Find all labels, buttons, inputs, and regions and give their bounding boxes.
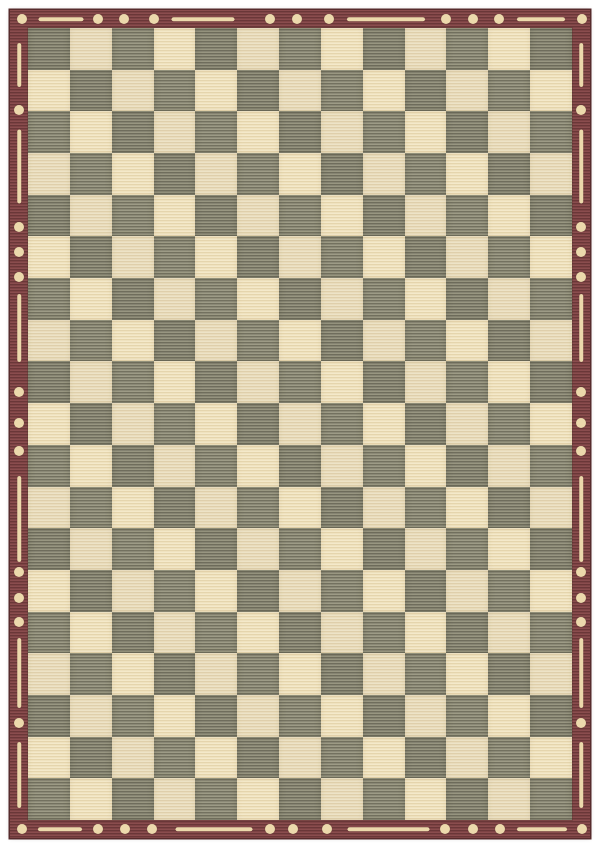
square-dark [530, 778, 572, 820]
square-light [237, 278, 279, 320]
square-light [488, 445, 530, 487]
square-dark [279, 111, 321, 153]
square-light [321, 111, 363, 153]
border-dot [265, 14, 275, 24]
square-dark [363, 278, 405, 320]
square-dark [530, 528, 572, 570]
square-light [154, 195, 196, 237]
square-light [363, 320, 405, 362]
square-dark [237, 236, 279, 278]
square-dark [488, 403, 530, 445]
square-dark [363, 195, 405, 237]
square-dark [154, 653, 196, 695]
border-dot [14, 387, 24, 397]
square-light [195, 153, 237, 195]
square-light [237, 361, 279, 403]
square-light [446, 570, 488, 612]
square-dark [28, 445, 70, 487]
square-dark [446, 361, 488, 403]
square-light [154, 612, 196, 654]
square-light [154, 778, 196, 820]
square-light [321, 528, 363, 570]
square-light [363, 236, 405, 278]
square-light [154, 111, 196, 153]
square-light [70, 278, 112, 320]
square-dark [237, 153, 279, 195]
square-light [321, 28, 363, 70]
square-dark [28, 528, 70, 570]
square-dark [195, 778, 237, 820]
square-dark [195, 445, 237, 487]
border-dash [347, 827, 430, 831]
checkerboard [28, 28, 572, 820]
border-dot [93, 14, 103, 24]
square-dark [530, 695, 572, 737]
square-light [28, 153, 70, 195]
square-light [363, 737, 405, 779]
square-light [405, 278, 447, 320]
square-dark [488, 653, 530, 695]
square-light [321, 445, 363, 487]
square-light [488, 361, 530, 403]
square-dark [321, 403, 363, 445]
border-dot [576, 617, 586, 627]
square-light [195, 320, 237, 362]
border-bottom [10, 820, 590, 838]
square-light [70, 695, 112, 737]
square-light [154, 28, 196, 70]
square-light [237, 695, 279, 737]
square-dark [154, 320, 196, 362]
square-dark [321, 153, 363, 195]
square-light [530, 403, 572, 445]
square-dark [154, 236, 196, 278]
square-light [112, 487, 154, 529]
square-dark [405, 570, 447, 612]
square-light [28, 320, 70, 362]
square-light [321, 695, 363, 737]
border-dash [17, 476, 21, 562]
square-dark [321, 487, 363, 529]
border-dot [441, 14, 451, 24]
square-dark [28, 195, 70, 237]
square-light [405, 528, 447, 570]
square-dark [446, 195, 488, 237]
square-light [70, 195, 112, 237]
border-dot [576, 247, 586, 257]
border-dot [322, 824, 332, 834]
square-light [28, 487, 70, 529]
square-light [405, 361, 447, 403]
square-light [530, 320, 572, 362]
border-dash [17, 130, 21, 203]
border-dot [576, 222, 586, 232]
square-dark [530, 111, 572, 153]
square-light [154, 445, 196, 487]
border-dash [517, 827, 567, 831]
border-dash [17, 43, 21, 87]
square-light [363, 487, 405, 529]
border-dot [14, 567, 24, 577]
square-dark [70, 737, 112, 779]
square-dark [363, 612, 405, 654]
border-dot [576, 446, 586, 456]
square-dark [279, 612, 321, 654]
square-light [446, 653, 488, 695]
square-dark [530, 195, 572, 237]
square-light [321, 278, 363, 320]
square-light [363, 70, 405, 112]
square-dark [70, 70, 112, 112]
square-light [530, 487, 572, 529]
square-dark [279, 778, 321, 820]
square-dark [405, 487, 447, 529]
square-dark [70, 403, 112, 445]
square-light [237, 195, 279, 237]
square-dark [279, 278, 321, 320]
square-light [446, 236, 488, 278]
square-dark [405, 70, 447, 112]
square-dark [70, 236, 112, 278]
square-dark [112, 778, 154, 820]
square-light [279, 653, 321, 695]
border-dash [579, 638, 583, 708]
square-light [405, 445, 447, 487]
square-light [28, 653, 70, 695]
square-dark [488, 737, 530, 779]
square-dark [237, 320, 279, 362]
square-dark [530, 278, 572, 320]
square-light [154, 528, 196, 570]
square-dark [195, 695, 237, 737]
square-light [237, 28, 279, 70]
square-dark [446, 695, 488, 737]
square-dark [446, 612, 488, 654]
square-dark [363, 361, 405, 403]
border-dot [14, 418, 24, 428]
square-light [279, 236, 321, 278]
square-light [112, 570, 154, 612]
border-dash [172, 17, 235, 21]
square-light [321, 612, 363, 654]
border-left [10, 10, 28, 838]
square-dark [279, 28, 321, 70]
square-light [70, 111, 112, 153]
square-dark [154, 487, 196, 529]
square-light [112, 653, 154, 695]
square-dark [279, 195, 321, 237]
square-dark [321, 320, 363, 362]
square-dark [195, 111, 237, 153]
square-dark [112, 695, 154, 737]
square-dark [321, 737, 363, 779]
square-light [70, 778, 112, 820]
square-light [195, 487, 237, 529]
square-dark [70, 320, 112, 362]
square-dark [488, 153, 530, 195]
square-light [446, 403, 488, 445]
square-light [279, 153, 321, 195]
square-dark [195, 28, 237, 70]
square-light [405, 695, 447, 737]
square-dark [488, 570, 530, 612]
square-light [237, 778, 279, 820]
border-dot [265, 824, 275, 834]
square-light [195, 236, 237, 278]
square-dark [530, 612, 572, 654]
square-dark [237, 487, 279, 529]
square-light [488, 528, 530, 570]
square-dark [112, 111, 154, 153]
square-dark [28, 28, 70, 70]
square-light [112, 737, 154, 779]
square-light [28, 70, 70, 112]
square-light [488, 278, 530, 320]
square-light [112, 403, 154, 445]
square-light [70, 28, 112, 70]
square-dark [405, 403, 447, 445]
square-dark [530, 28, 572, 70]
square-light [154, 278, 196, 320]
square-dark [363, 445, 405, 487]
square-light [279, 487, 321, 529]
square-dark [70, 487, 112, 529]
square-light [195, 653, 237, 695]
square-light [488, 28, 530, 70]
border-right [572, 10, 590, 838]
square-dark [488, 70, 530, 112]
square-light [321, 195, 363, 237]
border-dot [93, 824, 103, 834]
border-dash [579, 742, 583, 808]
square-light [279, 737, 321, 779]
square-dark [154, 737, 196, 779]
border-dash [17, 294, 21, 362]
square-dark [488, 320, 530, 362]
square-light [363, 653, 405, 695]
square-dark [237, 653, 279, 695]
square-dark [112, 612, 154, 654]
border-dash [579, 43, 583, 87]
square-light [70, 445, 112, 487]
square-light [279, 570, 321, 612]
square-dark [321, 70, 363, 112]
border-dot [576, 418, 586, 428]
square-dark [530, 361, 572, 403]
square-light [237, 528, 279, 570]
square-light [405, 778, 447, 820]
square-light [154, 695, 196, 737]
square-dark [70, 153, 112, 195]
square-dark [70, 653, 112, 695]
border-dot [120, 824, 130, 834]
square-light [28, 737, 70, 779]
square-light [112, 236, 154, 278]
border-dot [14, 222, 24, 232]
square-light [195, 737, 237, 779]
square-dark [154, 403, 196, 445]
square-light [488, 695, 530, 737]
square-light [195, 570, 237, 612]
square-light [405, 111, 447, 153]
border-dot [14, 593, 24, 603]
square-dark [446, 445, 488, 487]
square-dark [70, 570, 112, 612]
square-dark [363, 111, 405, 153]
square-light [405, 28, 447, 70]
square-dark [237, 70, 279, 112]
square-dark [446, 528, 488, 570]
square-dark [195, 612, 237, 654]
border-dot [324, 14, 334, 24]
square-light [195, 403, 237, 445]
border-dot [494, 14, 504, 24]
border-dot [576, 272, 586, 282]
square-dark [28, 361, 70, 403]
square-dark [279, 445, 321, 487]
square-dark [321, 236, 363, 278]
square-light [488, 111, 530, 153]
square-dark [154, 153, 196, 195]
square-light [112, 70, 154, 112]
square-dark [488, 487, 530, 529]
square-light [530, 737, 572, 779]
border-dash [17, 742, 21, 808]
border-dot [468, 14, 478, 24]
square-light [530, 70, 572, 112]
square-light [237, 111, 279, 153]
square-dark [405, 653, 447, 695]
border-dot [576, 718, 586, 728]
square-dark [446, 278, 488, 320]
border-dash [38, 827, 82, 831]
square-light [446, 153, 488, 195]
square-dark [363, 778, 405, 820]
square-light [488, 195, 530, 237]
square-light [28, 236, 70, 278]
border-dot [147, 824, 157, 834]
square-dark [405, 236, 447, 278]
border-dash [17, 638, 21, 708]
square-light [488, 612, 530, 654]
square-light [530, 153, 572, 195]
square-light [363, 570, 405, 612]
square-light [363, 403, 405, 445]
square-dark [530, 445, 572, 487]
square-dark [28, 695, 70, 737]
square-dark [405, 320, 447, 362]
border-dash [347, 17, 425, 21]
square-dark [28, 778, 70, 820]
square-dark [154, 570, 196, 612]
square-light [70, 361, 112, 403]
square-dark [112, 278, 154, 320]
border-dash [517, 17, 565, 21]
square-light [279, 70, 321, 112]
square-dark [363, 695, 405, 737]
square-light [405, 195, 447, 237]
square-light [70, 612, 112, 654]
border-dot [14, 105, 24, 115]
border-dot [576, 387, 586, 397]
square-dark [279, 361, 321, 403]
square-light [112, 320, 154, 362]
border-dot [576, 105, 586, 115]
square-dark [446, 28, 488, 70]
border-dot [440, 824, 450, 834]
border-dot [495, 824, 505, 834]
square-light [28, 570, 70, 612]
square-dark [112, 361, 154, 403]
square-light [530, 653, 572, 695]
square-light [279, 320, 321, 362]
square-dark [28, 278, 70, 320]
square-dark [321, 570, 363, 612]
border-dot [288, 824, 298, 834]
square-light [321, 361, 363, 403]
border-dash [38, 17, 83, 21]
square-dark [405, 153, 447, 195]
square-light [279, 403, 321, 445]
square-light [446, 70, 488, 112]
square-light [112, 153, 154, 195]
border-dash [579, 130, 583, 203]
square-dark [28, 111, 70, 153]
border-dot [14, 617, 24, 627]
square-light [530, 570, 572, 612]
square-dark [237, 737, 279, 779]
square-light [70, 528, 112, 570]
square-light [237, 445, 279, 487]
border-dot [14, 446, 24, 456]
border-top [10, 10, 590, 28]
square-dark [237, 570, 279, 612]
square-dark [446, 111, 488, 153]
square-dark [488, 236, 530, 278]
border-dot [576, 567, 586, 577]
square-dark [112, 528, 154, 570]
square-dark [195, 361, 237, 403]
square-dark [405, 737, 447, 779]
square-light [405, 612, 447, 654]
square-light [237, 612, 279, 654]
border-dot [119, 14, 129, 24]
border-dot [14, 247, 24, 257]
square-light [446, 487, 488, 529]
square-light [28, 403, 70, 445]
square-light [446, 320, 488, 362]
square-dark [321, 653, 363, 695]
checkerboard-rug [10, 10, 590, 838]
square-dark [195, 278, 237, 320]
square-dark [363, 528, 405, 570]
square-dark [446, 778, 488, 820]
square-dark [112, 445, 154, 487]
square-light [363, 153, 405, 195]
square-light [530, 236, 572, 278]
square-dark [363, 28, 405, 70]
square-dark [279, 528, 321, 570]
square-light [321, 778, 363, 820]
square-light [154, 361, 196, 403]
square-light [488, 778, 530, 820]
square-dark [112, 28, 154, 70]
square-dark [279, 695, 321, 737]
square-light [446, 737, 488, 779]
square-dark [237, 403, 279, 445]
border-dot [292, 14, 302, 24]
border-dot [576, 593, 586, 603]
